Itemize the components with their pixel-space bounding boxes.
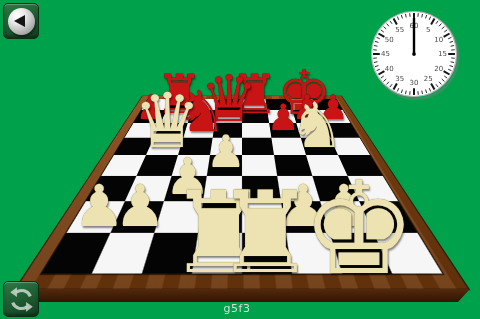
last-move-label: g5f3: [0, 302, 474, 315]
back-button-sphere: [8, 8, 35, 35]
piece-white-n-g5[interactable]: ♞: [288, 95, 344, 158]
piece-white-p-b2[interactable]: ♟: [114, 178, 166, 236]
svg-text:55: 55: [395, 26, 404, 34]
piece-white-k-g1[interactable]: ♚: [302, 165, 417, 293]
back-icon: [14, 15, 25, 27]
svg-text:15: 15: [438, 50, 447, 58]
app-stage: ♜♜♚♟♛♟♟♞♟♛♞♟♟♟♟♟♟♜♜♚ 5101520253035404550…: [0, 0, 480, 319]
svg-text:10: 10: [434, 36, 443, 44]
svg-text:50: 50: [385, 36, 394, 44]
clock-center-dot: [412, 52, 416, 56]
back-button[interactable]: [3, 3, 39, 39]
timer-clock: 51015202530354045505560: [364, 4, 464, 104]
svg-text:30: 30: [410, 79, 419, 87]
svg-text:35: 35: [395, 75, 404, 83]
svg-text:5: 5: [426, 26, 430, 34]
svg-text:20: 20: [434, 65, 443, 73]
svg-text:40: 40: [385, 65, 394, 73]
svg-text:25: 25: [424, 75, 433, 83]
svg-text:45: 45: [381, 50, 390, 58]
